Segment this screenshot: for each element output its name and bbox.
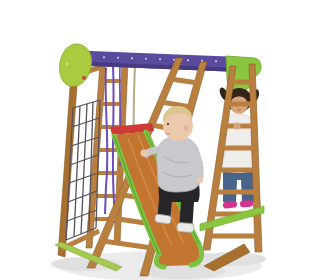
purple-rope-2 (113, 66, 114, 223)
girl-shoe-right (240, 200, 253, 207)
left-panel-dot (66, 63, 69, 66)
left-green-panel (59, 44, 91, 86)
toddler-leg-left (164, 194, 166, 216)
girl-jeans (223, 170, 254, 202)
purple-rope-1 (105, 68, 107, 214)
toddler-leg-right (186, 194, 188, 224)
toddler-shoe-left (155, 214, 172, 224)
scene-canvas (40, 16, 292, 280)
right-ladder (200, 64, 264, 271)
play-gym-photo (40, 16, 292, 280)
toddler-shoe-right (177, 222, 195, 232)
toddler-shirt (157, 137, 200, 192)
toddler-ear (184, 126, 189, 131)
toddler-hand-right (197, 177, 203, 183)
toddler-hand-left (141, 150, 148, 157)
girl-hand (234, 123, 241, 130)
toddler-eye (167, 123, 169, 125)
left-panel-red-detail (82, 76, 86, 80)
